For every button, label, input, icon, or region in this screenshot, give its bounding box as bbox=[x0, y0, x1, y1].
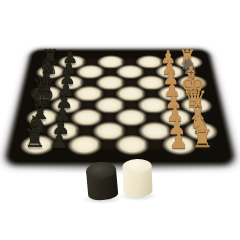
chessboard bbox=[8, 51, 232, 162]
black-canister bbox=[85, 161, 118, 201]
board-grid bbox=[24, 57, 216, 152]
product-photo: ♜♞♝♛♚♝♞♜♟♟♟♟♟♟♟♟♟♟♟♟♟♟♟♟♜♞♝♚♛♝♞♜ bbox=[0, 0, 240, 240]
cream-canister bbox=[122, 159, 152, 198]
board-square bbox=[190, 138, 216, 152]
